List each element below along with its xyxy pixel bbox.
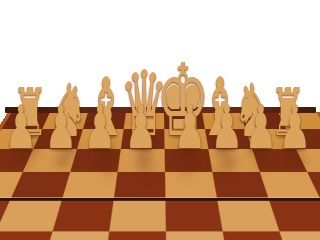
piece-white-pawn-b2[interactable]: ♟ <box>43 97 79 157</box>
piece-white-pawn-f2[interactable]: ♟ <box>209 97 245 157</box>
chess-photo-stage: ♜♞♝♛♚♝♞♜♟♟♟♟♟♟♟♟ <box>0 0 320 240</box>
pieces-layer: ♜♞♝♛♚♝♞♜♟♟♟♟♟♟♟♟ <box>0 0 320 240</box>
piece-white-pawn-d2[interactable]: ♟ <box>123 97 159 157</box>
piece-white-pawn-a2[interactable]: ♟ <box>3 97 39 157</box>
piece-white-pawn-e2[interactable]: ♟ <box>172 97 208 157</box>
piece-white-pawn-g2[interactable]: ♟ <box>243 97 279 157</box>
piece-white-pawn-h2[interactable]: ♟ <box>277 97 313 157</box>
piece-white-pawn-c2[interactable]: ♟ <box>82 97 118 157</box>
